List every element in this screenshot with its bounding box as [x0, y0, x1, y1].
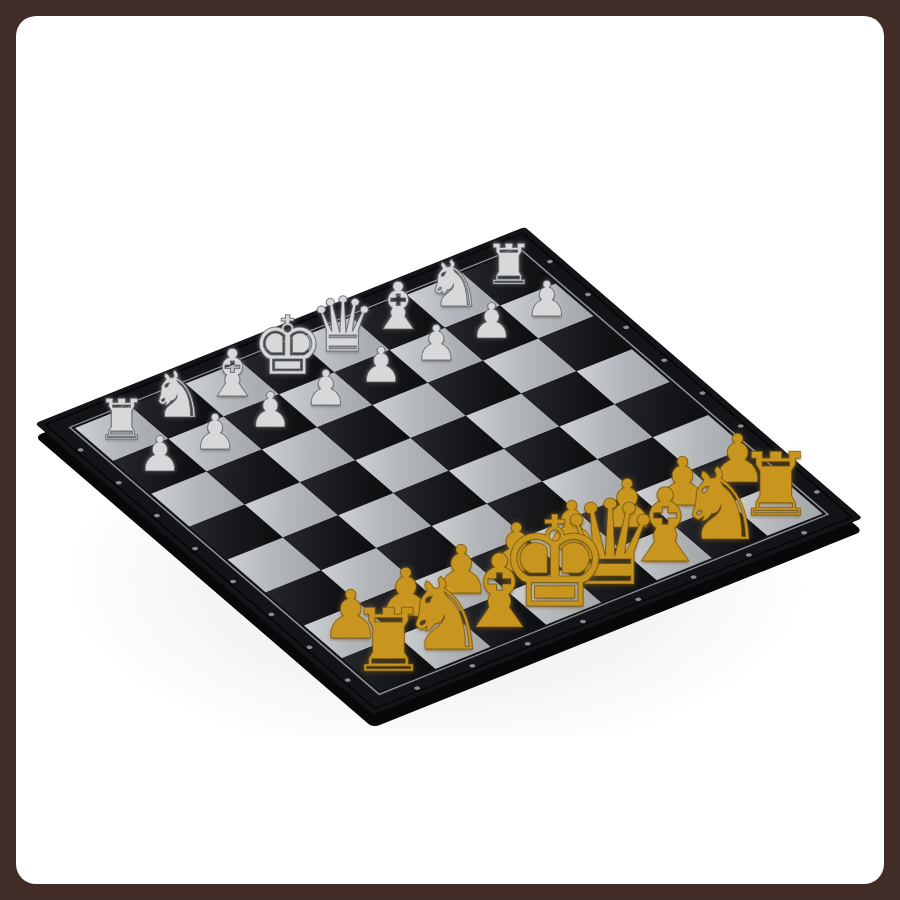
silver-pawn-f7: ♟ [414, 320, 458, 369]
silver-pawn-g7: ♟ [470, 298, 514, 347]
silver-pawn-b7: ♟ [193, 409, 237, 458]
silver-pawn-a7: ♟ [138, 431, 182, 480]
gold-rook-a1: ♜ [350, 598, 428, 685]
photo-canvas: ♜♞♝♚♛♝♞♜♟♟♟♟♟♟♟♟♟♟♟♟♟♟♟♟♜♞♝♚♛♝♞♜ [16, 16, 884, 884]
silver-pawn-e7: ♟ [359, 342, 403, 391]
silver-pawn-c7: ♟ [249, 387, 293, 436]
pieces-layer: ♜♞♝♚♛♝♞♜♟♟♟♟♟♟♟♟♟♟♟♟♟♟♟♟♜♞♝♚♛♝♞♜ [16, 16, 884, 884]
silver-pawn-d7: ♟ [304, 365, 348, 414]
photo-frame: ♜♞♝♚♛♝♞♜♟♟♟♟♟♟♟♟♟♟♟♟♟♟♟♟♜♞♝♚♛♝♞♜ [0, 0, 900, 900]
silver-pawn-h7: ♟ [525, 276, 569, 325]
